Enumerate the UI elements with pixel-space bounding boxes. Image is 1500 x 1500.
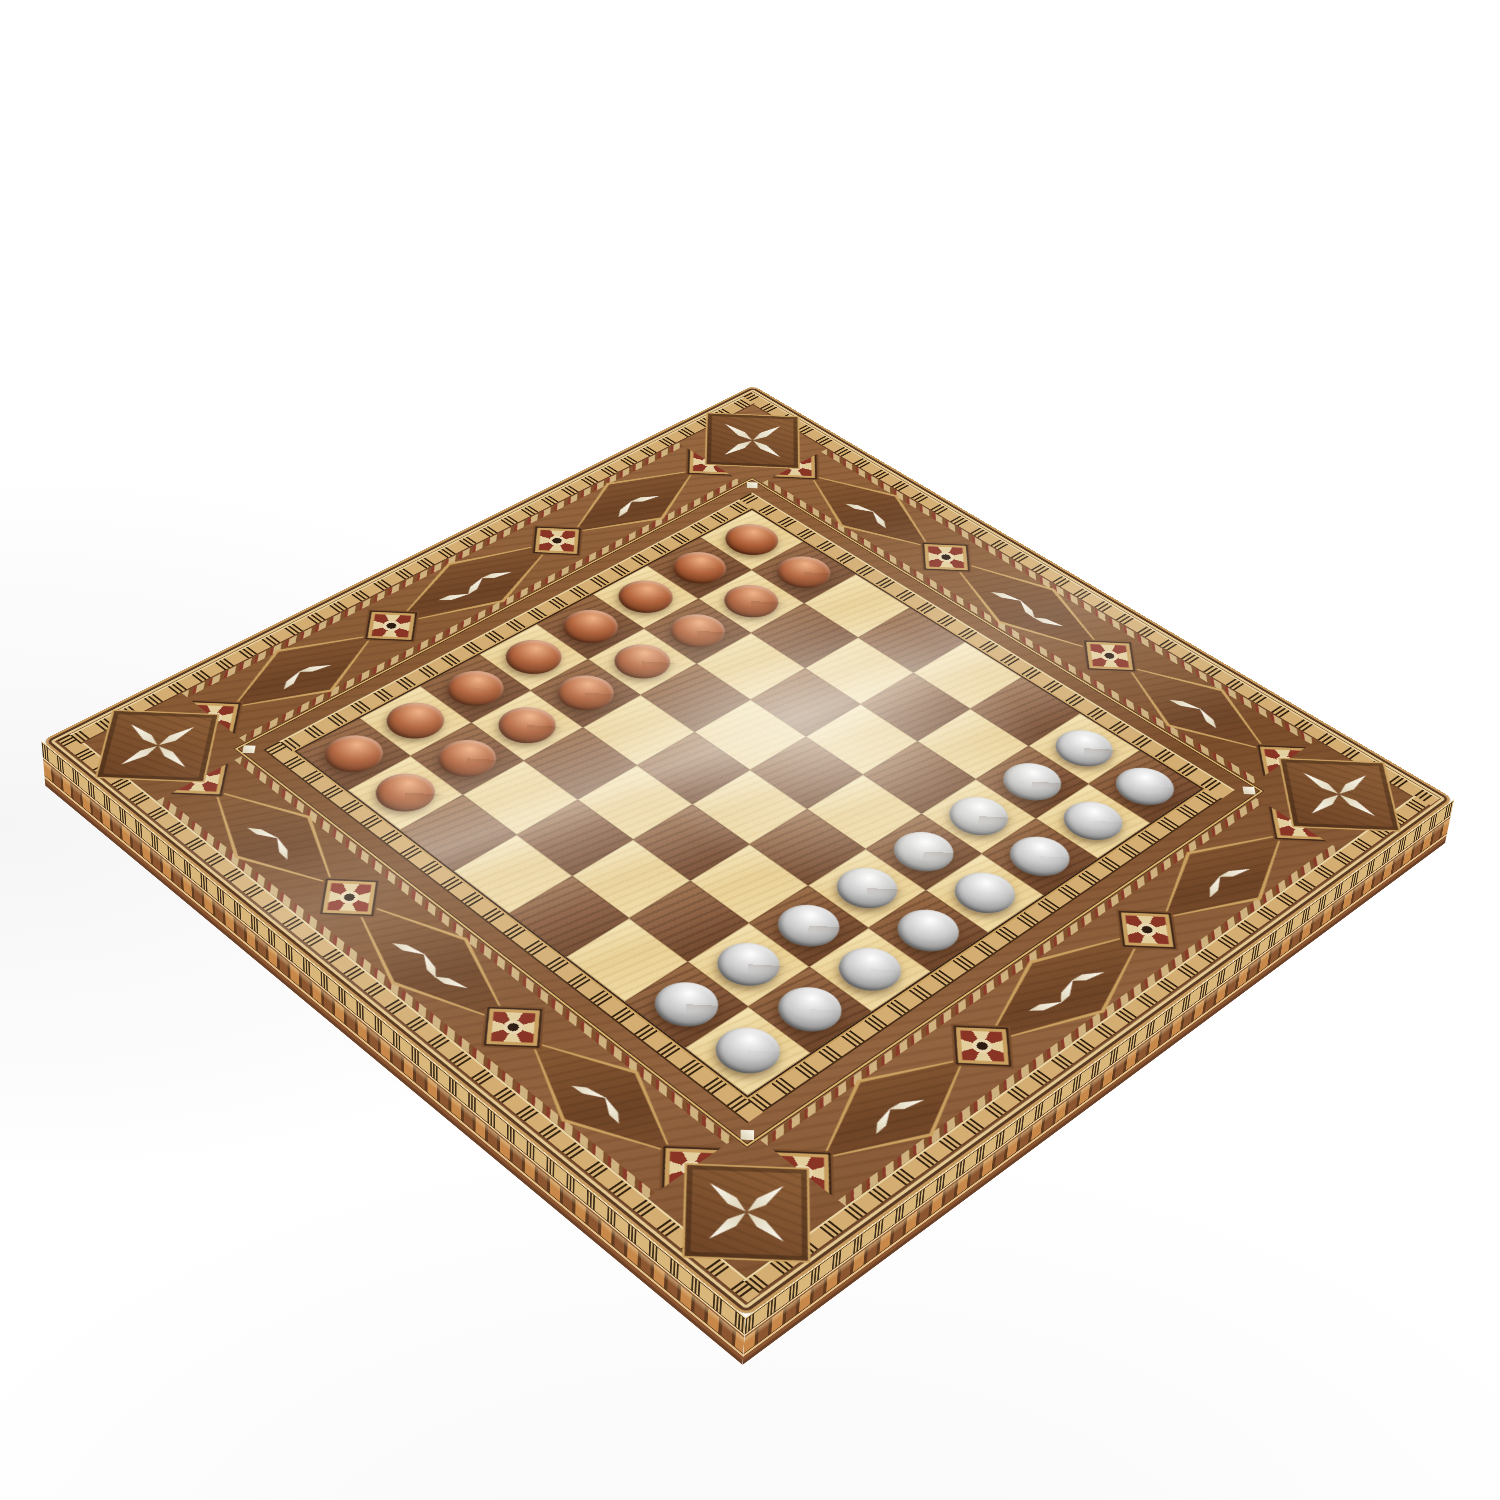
mop-kite-icon (463, 576, 488, 596)
mop-kite-icon (1204, 874, 1226, 900)
mop-kite-icon (748, 438, 784, 459)
mop-kite-icon (437, 590, 472, 603)
camera-roll-wrapper: ♜♟♟♜♞♟♟♞♝♟♟♝♛♟♟♛♚♟♟♚♝♟♟♝♞♟♟♞♜♟♟♜ (0, 0, 1500, 1500)
corner-diamond-inlay (682, 1163, 810, 1263)
mop-kite-icon (989, 589, 1023, 604)
scene: ♜♟♟♜♞♟♟♞♝♟♟♝♛♟♟♛♚♟♟♚♝♟♟♝♞♟♟♞♜♟♟♜ (0, 0, 1500, 1500)
mop-kite-icon (1334, 772, 1372, 798)
mop-kite-icon (480, 569, 515, 582)
mop-kite-icon (1335, 792, 1380, 820)
mop-kite-icon (1069, 968, 1108, 985)
mop-kite-icon (125, 721, 164, 748)
pawn-glyph-icon: ♟ (357, 693, 459, 806)
mosaic-rosette-icon (1084, 640, 1135, 671)
mop-kite-icon (613, 499, 636, 518)
mosaic-rosette-icon (1118, 911, 1175, 949)
mop-kite-icon (870, 1106, 897, 1136)
mop-kite-icon (389, 939, 429, 958)
mop-kite-icon (1015, 599, 1040, 620)
mosaic-rosette-icon (533, 527, 581, 556)
mop-kite-icon (720, 421, 756, 442)
mop-kite-icon (568, 1081, 610, 1102)
corner-panel (1255, 741, 1424, 850)
mop-kite-icon (116, 742, 161, 768)
mop-kite-icon (152, 743, 191, 771)
mosaic-rosette-icon (320, 879, 378, 917)
mop-kite-icon (703, 1208, 752, 1244)
mop-kite-icon (1055, 977, 1079, 1005)
mop-kite-icon (1216, 865, 1254, 881)
mop-kite-icon (741, 1181, 790, 1216)
mop-kite-icon (154, 723, 199, 748)
mop-kite-icon (244, 824, 282, 842)
mosaic-rosette-icon (483, 1007, 542, 1048)
mop-kite-icon (598, 1095, 625, 1126)
mop-kite-icon (886, 1095, 928, 1114)
chess-board: ♜♟♟♜♞♟♟♞♝♟♟♝♛♟♟♛♚♟♟♚♝♟♟♝♞♟♟♞♜♟♟♜ (42, 385, 1455, 1317)
mop-kite-icon (868, 510, 891, 529)
mop-kite-icon (741, 1208, 790, 1246)
mop-kite-icon (1299, 770, 1343, 797)
mop-kite-icon (749, 423, 785, 442)
rook-glyph-icon: ♜ (674, 894, 829, 1065)
board-top-surface: ♜♟♟♜♞♟♟♞♝♟♟♝♛♟♟♛♚♟♟♚♝♟♟♝♞♟♟♞♜♟♟♜ (42, 385, 1455, 1317)
mop-kite-icon (704, 1179, 752, 1216)
mop-kite-icon (1194, 707, 1221, 730)
mop-kite-icon (843, 501, 876, 515)
mop-kite-icon (271, 836, 293, 862)
mop-kite-icon (417, 952, 441, 980)
mop-kite-icon (1026, 997, 1066, 1015)
mosaic-rosette-icon (923, 543, 971, 572)
photo-backdrop: ♜♟♟♜♞♟♟♞♝♟♟♝♛♟♟♛♚♟♟♚♝♟♟♝♞♟♟♞♜♟♟♜ (0, 0, 1500, 1500)
mop-kite-icon (1031, 614, 1066, 629)
mop-kite-icon (430, 972, 470, 992)
mop-kite-icon (1167, 697, 1203, 713)
mop-kite-icon (720, 438, 757, 458)
mop-kite-icon (1306, 791, 1345, 817)
mosaic-rosette-icon (954, 1025, 1012, 1066)
mop-kite-icon (628, 493, 661, 505)
